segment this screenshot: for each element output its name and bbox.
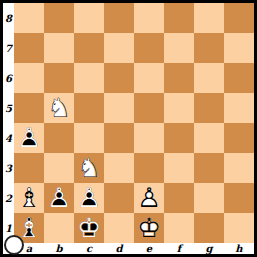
square-b2[interactable]: ♟♙: [44, 183, 74, 213]
square-a8[interactable]: [14, 3, 44, 33]
rank-label-7: 7: [3, 33, 14, 63]
square-b8[interactable]: [44, 3, 74, 33]
square-h6[interactable]: [224, 63, 254, 93]
file-label-g: g: [194, 242, 224, 254]
square-h1[interactable]: [224, 213, 254, 243]
square-b3[interactable]: [44, 153, 74, 183]
square-a5[interactable]: [14, 93, 44, 123]
king-glyph-outline: ♔: [74, 213, 104, 243]
file-label-b: b: [44, 242, 74, 254]
square-c1[interactable]: ♚♔: [74, 213, 104, 243]
square-f8[interactable]: [164, 3, 194, 33]
square-a7[interactable]: [14, 33, 44, 63]
piece-black-pawn-b2[interactable]: ♟♙: [44, 183, 74, 213]
square-d2[interactable]: [104, 183, 134, 213]
square-d1[interactable]: [104, 213, 134, 243]
file-label-d: d: [104, 242, 134, 254]
square-f1[interactable]: [164, 213, 194, 243]
square-e4[interactable]: [134, 123, 164, 153]
square-c2[interactable]: ♟♙: [74, 183, 104, 213]
pawn-glyph-outline: ♙: [14, 123, 44, 153]
file-labels: abcdefgh: [14, 242, 254, 254]
square-h2[interactable]: [224, 183, 254, 213]
piece-white-pawn-e2[interactable]: ♟♙: [134, 183, 164, 213]
chess-diagram: 87654321 ♞♘♟♙♞♘♝♗♟♙♟♙♟♙♝♗♚♔♚♔ abcdefgh: [0, 0, 257, 257]
square-g2[interactable]: [194, 183, 224, 213]
piece-white-knight-b5[interactable]: ♞♘: [44, 93, 74, 123]
square-f3[interactable]: [164, 153, 194, 183]
square-d7[interactable]: [104, 33, 134, 63]
square-b5[interactable]: ♞♘: [44, 93, 74, 123]
square-a3[interactable]: [14, 153, 44, 183]
piece-white-knight-c3[interactable]: ♞♘: [74, 153, 104, 183]
square-g7[interactable]: [194, 33, 224, 63]
square-d8[interactable]: [104, 3, 134, 33]
rank-label-5: 5: [3, 93, 14, 123]
piece-white-bishop-a2[interactable]: ♝♗: [14, 183, 44, 213]
rank-labels: 87654321: [3, 3, 14, 243]
square-g5[interactable]: [194, 93, 224, 123]
square-b6[interactable]: [44, 63, 74, 93]
square-g3[interactable]: [194, 153, 224, 183]
file-label-e: e: [134, 242, 164, 254]
knight-glyph-outline: ♘: [74, 153, 104, 183]
square-a2[interactable]: ♝♗: [14, 183, 44, 213]
square-h8[interactable]: [224, 3, 254, 33]
square-c7[interactable]: [74, 33, 104, 63]
square-d6[interactable]: [104, 63, 134, 93]
square-a4[interactable]: ♟♙: [14, 123, 44, 153]
square-f4[interactable]: [164, 123, 194, 153]
square-g8[interactable]: [194, 3, 224, 33]
square-h4[interactable]: [224, 123, 254, 153]
pawn-glyph-outline: ♙: [44, 183, 74, 213]
square-e6[interactable]: [134, 63, 164, 93]
square-f7[interactable]: [164, 33, 194, 63]
square-e5[interactable]: [134, 93, 164, 123]
square-c3[interactable]: ♞♘: [74, 153, 104, 183]
square-a6[interactable]: [14, 63, 44, 93]
square-c8[interactable]: [74, 3, 104, 33]
square-g4[interactable]: [194, 123, 224, 153]
square-e7[interactable]: [134, 33, 164, 63]
square-h5[interactable]: [224, 93, 254, 123]
square-e8[interactable]: [134, 3, 164, 33]
rank-label-2: 2: [3, 183, 14, 213]
piece-black-pawn-c2[interactable]: ♟♙: [74, 183, 104, 213]
rank-label-4: 4: [3, 123, 14, 153]
bishop-glyph-outline: ♗: [14, 183, 44, 213]
piece-white-king-e1[interactable]: ♚♔: [134, 213, 164, 243]
file-label-f: f: [164, 242, 194, 254]
file-label-c: c: [74, 242, 104, 254]
rank-label-3: 3: [3, 153, 14, 183]
square-d5[interactable]: [104, 93, 134, 123]
square-g6[interactable]: [194, 63, 224, 93]
knight-glyph-outline: ♘: [44, 93, 74, 123]
square-d4[interactable]: [104, 123, 134, 153]
square-c5[interactable]: [74, 93, 104, 123]
square-b4[interactable]: [44, 123, 74, 153]
king-glyph-outline: ♔: [134, 213, 164, 243]
square-b7[interactable]: [44, 33, 74, 63]
pawn-glyph-outline: ♙: [74, 183, 104, 213]
square-e3[interactable]: [134, 153, 164, 183]
piece-black-pawn-a4[interactable]: ♟♙: [14, 123, 44, 153]
square-h7[interactable]: [224, 33, 254, 63]
rank-label-6: 6: [3, 63, 14, 93]
square-c6[interactable]: [74, 63, 104, 93]
square-d3[interactable]: [104, 153, 134, 183]
rank-label-8: 8: [3, 3, 14, 33]
turn-indicator-circle: [4, 235, 24, 255]
piece-black-king-c1[interactable]: ♚♔: [74, 213, 104, 243]
square-e2[interactable]: ♟♙: [134, 183, 164, 213]
chess-board: ♞♘♟♙♞♘♝♗♟♙♟♙♟♙♝♗♚♔♚♔: [14, 3, 254, 243]
square-f2[interactable]: [164, 183, 194, 213]
square-f6[interactable]: [164, 63, 194, 93]
square-h3[interactable]: [224, 153, 254, 183]
square-b1[interactable]: [44, 213, 74, 243]
file-label-h: h: [224, 242, 254, 254]
square-f5[interactable]: [164, 93, 194, 123]
square-g1[interactable]: [194, 213, 224, 243]
pawn-glyph-outline: ♙: [134, 183, 164, 213]
square-c4[interactable]: [74, 123, 104, 153]
square-e1[interactable]: ♚♔: [134, 213, 164, 243]
